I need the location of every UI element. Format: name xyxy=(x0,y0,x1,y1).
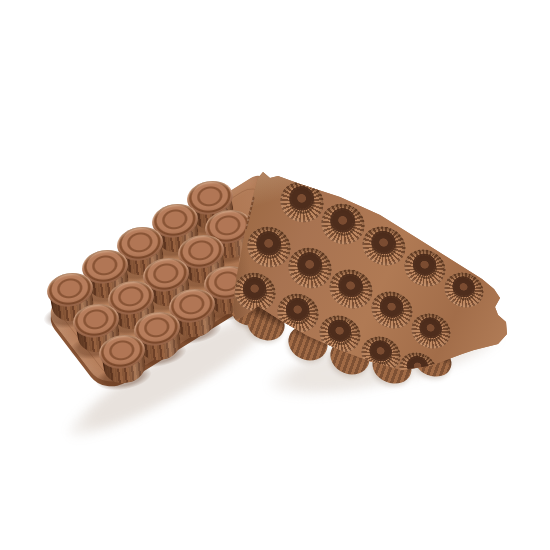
praline-cavity xyxy=(406,308,456,355)
product-photo-chocolate-mould xyxy=(0,0,550,550)
praline-cavity xyxy=(439,267,489,314)
mould-top-slab xyxy=(228,168,510,376)
praline-cup xyxy=(96,331,151,394)
